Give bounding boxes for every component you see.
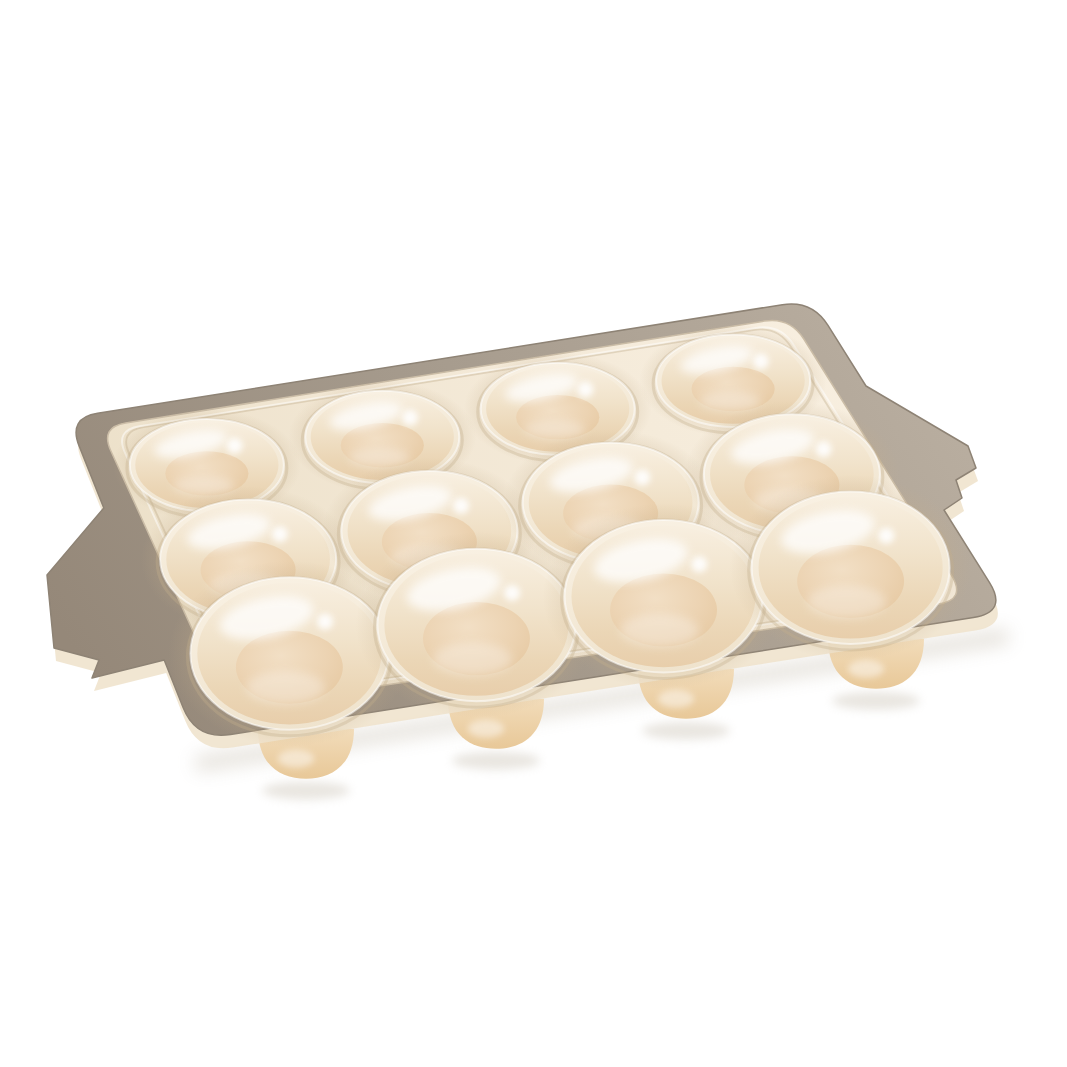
muffin-pan-image	[0, 0, 1067, 1067]
cup-bottom-shadow	[642, 722, 730, 740]
product-photo	[0, 0, 1067, 1067]
muffin-cup-r3c4	[730, 475, 972, 661]
cup-bottom-shadow	[262, 782, 350, 800]
cup-bottom-shadow	[832, 692, 920, 710]
cup-bottom-shadow	[452, 752, 540, 770]
